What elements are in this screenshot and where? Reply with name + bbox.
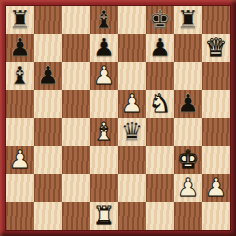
square-c1[interactable] bbox=[62, 202, 90, 230]
piece-black-bishop-d8[interactable]: ♝ bbox=[90, 6, 118, 34]
piece-black-rook-a8[interactable]: ♜ bbox=[6, 6, 34, 34]
square-b1[interactable] bbox=[34, 202, 62, 230]
square-g8[interactable]: ♜ bbox=[174, 6, 202, 34]
square-a5[interactable] bbox=[6, 90, 34, 118]
square-d4[interactable]: ♝ bbox=[90, 118, 118, 146]
square-f3[interactable] bbox=[146, 146, 174, 174]
board-frame: ♜♝♚♜♟♟♟♛♝♟♟♟♞♟♝♛♟♚♟♟♜ bbox=[0, 0, 236, 236]
piece-black-queen-e4[interactable]: ♛ bbox=[118, 118, 146, 146]
piece-black-rook-g8[interactable]: ♜ bbox=[174, 6, 202, 34]
square-f2[interactable] bbox=[146, 174, 174, 202]
square-g7[interactable] bbox=[174, 34, 202, 62]
square-g4[interactable] bbox=[174, 118, 202, 146]
piece-white-queen-h7[interactable]: ♛ bbox=[202, 34, 230, 62]
square-g1[interactable] bbox=[174, 202, 202, 230]
square-b4[interactable] bbox=[34, 118, 62, 146]
square-f8[interactable]: ♚ bbox=[146, 6, 174, 34]
square-c5[interactable] bbox=[62, 90, 90, 118]
square-f1[interactable] bbox=[146, 202, 174, 230]
piece-white-pawn-h2[interactable]: ♟ bbox=[202, 174, 230, 202]
piece-black-king-f8[interactable]: ♚ bbox=[146, 6, 174, 34]
square-d8[interactable]: ♝ bbox=[90, 6, 118, 34]
square-b8[interactable] bbox=[34, 6, 62, 34]
square-h8[interactable] bbox=[202, 6, 230, 34]
square-c6[interactable] bbox=[62, 62, 90, 90]
square-c8[interactable] bbox=[62, 6, 90, 34]
square-e1[interactable] bbox=[118, 202, 146, 230]
square-d3[interactable] bbox=[90, 146, 118, 174]
square-b3[interactable] bbox=[34, 146, 62, 174]
square-f5[interactable]: ♞ bbox=[146, 90, 174, 118]
square-h2[interactable]: ♟ bbox=[202, 174, 230, 202]
square-c2[interactable] bbox=[62, 174, 90, 202]
square-d7[interactable]: ♟ bbox=[90, 34, 118, 62]
piece-black-pawn-f7[interactable]: ♟ bbox=[146, 34, 174, 62]
square-f4[interactable] bbox=[146, 118, 174, 146]
square-g3[interactable]: ♚ bbox=[174, 146, 202, 174]
square-d6[interactable]: ♟ bbox=[90, 62, 118, 90]
square-h6[interactable] bbox=[202, 62, 230, 90]
square-d2[interactable] bbox=[90, 174, 118, 202]
square-c7[interactable] bbox=[62, 34, 90, 62]
square-h1[interactable] bbox=[202, 202, 230, 230]
piece-white-pawn-d6[interactable]: ♟ bbox=[90, 62, 118, 90]
square-b2[interactable] bbox=[34, 174, 62, 202]
square-f7[interactable]: ♟ bbox=[146, 34, 174, 62]
square-e8[interactable] bbox=[118, 6, 146, 34]
square-b7[interactable] bbox=[34, 34, 62, 62]
square-h7[interactable]: ♛ bbox=[202, 34, 230, 62]
square-g5[interactable]: ♟ bbox=[174, 90, 202, 118]
piece-black-pawn-b6[interactable]: ♟ bbox=[34, 62, 62, 90]
piece-white-bishop-d4[interactable]: ♝ bbox=[90, 118, 118, 146]
piece-black-pawn-d7[interactable]: ♟ bbox=[90, 34, 118, 62]
piece-white-rook-d1[interactable]: ♜ bbox=[90, 202, 118, 230]
square-e4[interactable]: ♛ bbox=[118, 118, 146, 146]
piece-black-bishop-a6[interactable]: ♝ bbox=[6, 62, 34, 90]
square-c3[interactable] bbox=[62, 146, 90, 174]
square-a4[interactable] bbox=[6, 118, 34, 146]
square-b6[interactable]: ♟ bbox=[34, 62, 62, 90]
piece-white-pawn-a3[interactable]: ♟ bbox=[6, 146, 34, 174]
square-e5[interactable]: ♟ bbox=[118, 90, 146, 118]
square-a1[interactable] bbox=[6, 202, 34, 230]
piece-black-pawn-g5[interactable]: ♟ bbox=[174, 90, 202, 118]
square-g6[interactable] bbox=[174, 62, 202, 90]
square-h3[interactable] bbox=[202, 146, 230, 174]
square-d1[interactable]: ♜ bbox=[90, 202, 118, 230]
piece-white-king-g3[interactable]: ♚ bbox=[174, 146, 202, 174]
square-a7[interactable]: ♟ bbox=[6, 34, 34, 62]
square-h5[interactable] bbox=[202, 90, 230, 118]
piece-black-pawn-a7[interactable]: ♟ bbox=[6, 34, 34, 62]
square-e6[interactable] bbox=[118, 62, 146, 90]
square-c4[interactable] bbox=[62, 118, 90, 146]
square-d5[interactable] bbox=[90, 90, 118, 118]
square-a2[interactable] bbox=[6, 174, 34, 202]
piece-white-pawn-g2[interactable]: ♟ bbox=[174, 174, 202, 202]
square-e2[interactable] bbox=[118, 174, 146, 202]
chess-board: ♜♝♚♜♟♟♟♛♝♟♟♟♞♟♝♛♟♚♟♟♜ bbox=[6, 6, 230, 230]
square-b5[interactable] bbox=[34, 90, 62, 118]
square-a8[interactable]: ♜ bbox=[6, 6, 34, 34]
square-g2[interactable]: ♟ bbox=[174, 174, 202, 202]
square-f6[interactable] bbox=[146, 62, 174, 90]
square-e7[interactable] bbox=[118, 34, 146, 62]
piece-white-pawn-e5[interactable]: ♟ bbox=[118, 90, 146, 118]
square-h4[interactable] bbox=[202, 118, 230, 146]
square-a6[interactable]: ♝ bbox=[6, 62, 34, 90]
square-e3[interactable] bbox=[118, 146, 146, 174]
piece-white-knight-f5[interactable]: ♞ bbox=[146, 90, 174, 118]
square-a3[interactable]: ♟ bbox=[6, 146, 34, 174]
